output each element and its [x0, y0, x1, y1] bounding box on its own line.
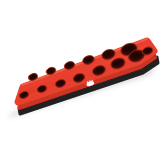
socket-tray-photo [0, 0, 166, 166]
product-photo-scene [0, 0, 166, 166]
